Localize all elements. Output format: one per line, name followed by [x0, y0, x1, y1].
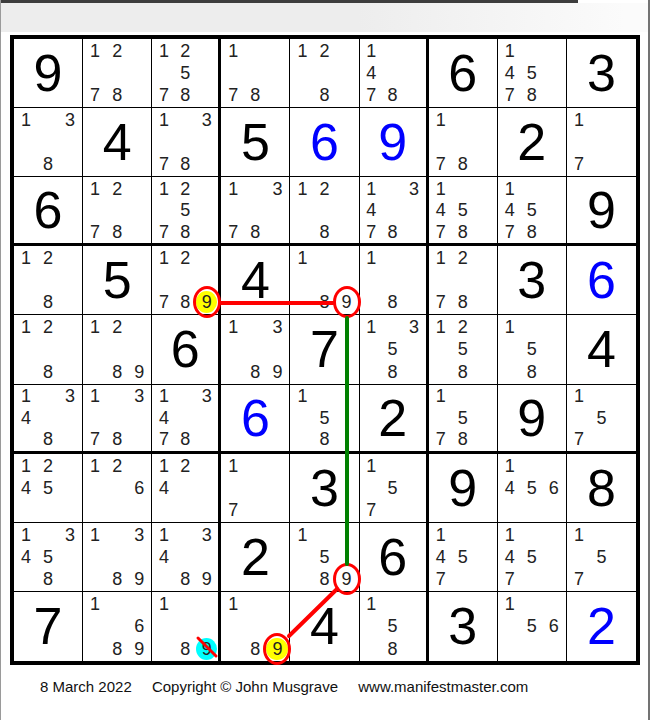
cell-r9c9[interactable]: 2 [567, 592, 636, 661]
cell-r5c5[interactable]: 7 [290, 315, 359, 384]
candidate-grid: 124 [153, 455, 217, 521]
candidate-grid: 13458 [15, 524, 81, 590]
candidate-1: 1 [15, 524, 37, 546]
cell-r5c3[interactable]: 6 [152, 315, 221, 384]
candidate-8: 8 [37, 153, 59, 175]
candidate-1: 1 [499, 593, 521, 615]
candidate-7: 7 [499, 568, 521, 590]
candidate-grid: 14578 [499, 40, 565, 106]
cell-r3c6[interactable]: 13478 [360, 177, 429, 246]
candidate-8: 8 [382, 361, 403, 383]
cell-r9c7[interactable]: 3 [429, 592, 498, 661]
candidate-1: 1 [499, 524, 521, 546]
cell-r8c4[interactable]: 2 [221, 523, 290, 592]
candidate-9: 9 [128, 568, 150, 590]
cell-r3c1[interactable]: 6 [14, 177, 83, 246]
candidate-2: 2 [106, 316, 128, 338]
cell-r1c8[interactable]: 14578 [498, 39, 567, 108]
candidate-5: 5 [521, 338, 543, 360]
candidate-7: 7 [361, 221, 382, 242]
candidate-1: 1 [153, 178, 174, 199]
candidate-7: 7 [430, 221, 452, 242]
cell-r4c9[interactable]: 6 [567, 246, 636, 315]
solved-digit: 6 [448, 47, 477, 99]
candidate-3: 3 [266, 178, 288, 199]
candidate-1: 1 [222, 40, 244, 62]
cell-r1c6[interactable]: 1478 [360, 39, 429, 108]
candidate-grid: 128 [291, 178, 357, 242]
cell-r3c7[interactable]: 14578 [429, 177, 498, 246]
cell-r6c2[interactable]: 1378 [83, 385, 152, 454]
cell-r8c7[interactable]: 1457 [429, 523, 498, 592]
cell-r4c4[interactable]: 4 [221, 246, 290, 315]
candidate-8: 8 [313, 221, 335, 242]
solved-digit: 6 [171, 323, 200, 375]
candidate-1: 1 [499, 178, 521, 199]
candidate-4: 4 [153, 477, 174, 499]
cell-r3c9[interactable]: 9 [567, 177, 636, 246]
candidate-2: 2 [37, 247, 59, 269]
solved-digit: 3 [310, 462, 339, 514]
candidate-grid: 12578 [153, 178, 217, 242]
candidate-7: 7 [84, 84, 106, 106]
candidate-7: 7 [84, 428, 106, 449]
candidate-1: 1 [15, 386, 37, 407]
cell-r8c8[interactable]: 1457 [498, 523, 567, 592]
candidate-5: 5 [313, 407, 335, 428]
candidate-3: 3 [128, 524, 150, 546]
cell-r2c5[interactable]: 6 [290, 108, 359, 177]
candidate-8: 8 [106, 221, 128, 242]
candidate-1: 1 [291, 386, 313, 407]
candidate-5: 5 [452, 200, 474, 221]
candidate-1: 1 [361, 316, 382, 338]
candidate-grid: 13478 [361, 178, 425, 242]
candidate-grid: 157 [568, 524, 635, 590]
candidate-1: 1 [84, 524, 106, 546]
solved-digit: 6 [587, 254, 616, 306]
candidate-8: 8 [106, 638, 128, 660]
cell-r4c8[interactable]: 3 [498, 246, 567, 315]
cell-r2c1[interactable]: 138 [14, 108, 83, 177]
candidate-7: 7 [222, 84, 244, 106]
candidate-5: 5 [382, 615, 403, 637]
solved-digit: 9 [587, 184, 616, 236]
cell-r7c4[interactable]: 17 [221, 454, 290, 523]
candidate-8: 8 [382, 638, 403, 660]
cell-r9c1[interactable]: 7 [14, 592, 83, 661]
cell-r2c7[interactable]: 178 [429, 108, 498, 177]
cell-r1c2[interactable]: 1278 [83, 39, 152, 108]
candidate-7: 7 [153, 153, 174, 175]
cell-r9c8[interactable]: 156 [498, 592, 567, 661]
candidate-grid: 157 [361, 455, 425, 521]
candidate-1: 1 [84, 316, 106, 338]
candidate-grid: 12578 [153, 40, 217, 106]
candidate-4: 4 [361, 200, 382, 221]
cell-r2c4[interactable]: 5 [221, 108, 290, 177]
candidate-7: 7 [222, 221, 244, 242]
solved-digit: 2 [517, 116, 546, 168]
sudoku-board: 9127812578178128147861457831384137856917… [10, 35, 640, 665]
cell-r4c3[interactable]: 12789 [152, 246, 221, 315]
footer: 8 March 2022 Copyright © John Musgrave w… [40, 678, 544, 695]
cell-r3c3[interactable]: 12578 [152, 177, 221, 246]
candidate-9: 9 [336, 291, 358, 313]
candidate-1: 1 [84, 178, 106, 199]
candidate-2: 2 [175, 247, 196, 269]
solved-digit: 9 [378, 116, 407, 168]
candidate-grid: 1358 [361, 316, 425, 382]
cell-r8c6[interactable]: 6 [360, 523, 429, 592]
solved-digit: 6 [241, 392, 270, 444]
candidate-5: 5 [452, 546, 474, 568]
candidate-3: 3 [59, 109, 81, 131]
cell-r6c1[interactable]: 1348 [14, 385, 83, 454]
candidate-7: 7 [361, 84, 382, 106]
candidate-grid: 1457 [499, 524, 565, 590]
cell-r3c2[interactable]: 1278 [83, 177, 152, 246]
candidate-grid: 1478 [361, 40, 425, 106]
cell-r8c3[interactable]: 13489 [152, 523, 221, 592]
cell-r4c5[interactable]: 189 [290, 246, 359, 315]
candidate-8: 8 [106, 361, 128, 383]
candidate-grid: 1589 [291, 524, 357, 590]
candidate-grid: 1389 [84, 524, 150, 590]
candidate-1: 1 [84, 40, 106, 62]
candidate-8: 8 [382, 291, 403, 313]
candidate-8: 8 [175, 221, 196, 242]
candidate-grid: 138 [15, 109, 81, 175]
candidate-1: 1 [84, 593, 106, 615]
candidate-4: 4 [430, 200, 452, 221]
candidate-6: 6 [543, 477, 565, 499]
candidate-9: 9 [196, 568, 217, 590]
candidate-grid: 1457 [430, 524, 496, 590]
cell-r5c7[interactable]: 1258 [429, 315, 498, 384]
candidate-1: 1 [430, 316, 452, 338]
solved-digit: 2 [587, 600, 616, 652]
candidate-grid: 1245 [15, 455, 81, 521]
cell-r3c4[interactable]: 1378 [221, 177, 290, 246]
cell-r8c5[interactable]: 1589 [290, 523, 359, 592]
candidate-grid: 1689 [84, 593, 150, 660]
cell-r7c7[interactable]: 9 [429, 454, 498, 523]
candidate-9: 9 [128, 361, 150, 383]
candidate-3: 3 [403, 178, 424, 199]
cell-r1c5[interactable]: 128 [290, 39, 359, 108]
footer-date: 8 March 2022 [40, 678, 132, 695]
candidate-1: 1 [568, 386, 590, 407]
candidate-3: 3 [403, 316, 424, 338]
candidate-grid: 128 [15, 316, 81, 382]
candidate-grid: 1348 [15, 386, 81, 450]
candidate-1: 1 [153, 593, 174, 615]
candidate-1: 1 [361, 247, 382, 269]
candidate-7: 7 [430, 568, 452, 590]
candidate-8: 8 [452, 361, 474, 383]
candidate-1: 1 [15, 247, 37, 269]
candidate-5: 5 [521, 546, 543, 568]
solved-digit: 8 [587, 462, 616, 514]
candidate-8: 8 [521, 84, 543, 106]
candidate-7: 7 [430, 291, 452, 313]
cell-r9c6[interactable]: 158 [360, 592, 429, 661]
candidate-1: 1 [84, 455, 106, 477]
cell-r7c6[interactable]: 157 [360, 454, 429, 523]
candidate-1: 1 [291, 247, 313, 269]
candidate-7: 7 [499, 221, 521, 242]
candidate-8: 8 [37, 291, 59, 313]
cell-r8c2[interactable]: 1389 [83, 523, 152, 592]
solved-digit: 2 [241, 531, 270, 583]
cell-r2c6[interactable]: 9 [360, 108, 429, 177]
candidate-2: 2 [175, 178, 196, 199]
candidate-1: 1 [153, 455, 174, 477]
solved-digit: 7 [310, 323, 339, 375]
cell-r8c1[interactable]: 13458 [14, 523, 83, 592]
cell-r6c7[interactable]: 1578 [429, 385, 498, 454]
candidate-grid: 13489 [153, 524, 217, 590]
cell-r1c9[interactable]: 3 [567, 39, 636, 108]
candidate-8: 8 [244, 221, 266, 242]
candidate-grid: 17 [568, 109, 635, 175]
solved-digit: 5 [103, 254, 132, 306]
cell-r5c2[interactable]: 1289 [83, 315, 152, 384]
candidate-8: 8 [244, 361, 266, 383]
solved-digit: 4 [587, 323, 616, 375]
cell-r5c4[interactable]: 1389 [221, 315, 290, 384]
candidate-4: 4 [499, 477, 521, 499]
candidate-2: 2 [106, 40, 128, 62]
candidate-8: 8 [37, 428, 59, 449]
candidate-4: 4 [499, 200, 521, 221]
candidate-1: 1 [84, 386, 106, 407]
candidate-1: 1 [153, 247, 174, 269]
candidate-grid: 156 [499, 593, 565, 660]
candidate-1: 1 [153, 386, 174, 407]
candidate-8: 8 [313, 84, 335, 106]
candidate-1: 1 [430, 178, 452, 199]
candidate-1: 1 [430, 524, 452, 546]
candidate-3: 3 [196, 109, 217, 131]
candidate-2: 2 [37, 316, 59, 338]
candidate-8: 8 [452, 153, 474, 175]
candidate-8: 8 [313, 428, 335, 449]
candidate-2: 2 [106, 178, 128, 199]
candidate-5: 5 [521, 200, 543, 221]
candidate-1: 1 [568, 524, 590, 546]
candidate-5: 5 [382, 477, 403, 499]
candidate-2: 2 [175, 455, 196, 477]
candidate-8: 8 [244, 84, 266, 106]
cell-r2c3[interactable]: 1378 [152, 108, 221, 177]
solved-digit: 6 [378, 531, 407, 583]
candidate-4: 4 [153, 407, 174, 428]
cell-r4c6[interactable]: 18 [360, 246, 429, 315]
candidate-8: 8 [382, 221, 403, 242]
candidate-5: 5 [175, 200, 196, 221]
cell-r1c3[interactable]: 12578 [152, 39, 221, 108]
cell-r7c8[interactable]: 1456 [498, 454, 567, 523]
candidate-9: 9 [196, 291, 217, 313]
cell-r2c9[interactable]: 17 [567, 108, 636, 177]
candidate-4: 4 [153, 546, 174, 568]
candidate-grid: 189 [291, 247, 357, 313]
candidate-7: 7 [430, 428, 452, 449]
candidate-9: 9 [128, 638, 150, 660]
candidate-5: 5 [37, 477, 59, 499]
candidate-grid: 189 [222, 593, 288, 660]
candidate-8: 8 [175, 638, 196, 660]
candidate-5: 5 [521, 62, 543, 84]
cell-r3c5[interactable]: 128 [290, 177, 359, 246]
candidate-3: 3 [59, 524, 81, 546]
candidate-5: 5 [521, 477, 543, 499]
cell-r4c2[interactable]: 5 [83, 246, 152, 315]
candidate-5: 5 [382, 338, 403, 360]
cell-r2c2[interactable]: 4 [83, 108, 152, 177]
cell-r6c8[interactable]: 9 [498, 385, 567, 454]
candidate-1: 1 [430, 247, 452, 269]
cell-r7c5[interactable]: 3 [290, 454, 359, 523]
candidate-1: 1 [291, 524, 313, 546]
candidate-grid: 1278 [84, 178, 150, 242]
cell-r5c8[interactable]: 158 [498, 315, 567, 384]
candidate-grid: 1378 [153, 109, 217, 175]
cell-r8c9[interactable]: 157 [567, 523, 636, 592]
candidate-1: 1 [15, 455, 37, 477]
candidate-1: 1 [153, 40, 174, 62]
candidate-grid: 157 [568, 386, 635, 450]
cell-r6c3[interactable]: 13478 [152, 385, 221, 454]
candidate-7: 7 [153, 291, 174, 313]
cell-r7c2[interactable]: 126 [83, 454, 152, 523]
candidate-1: 1 [361, 40, 382, 62]
cell-r1c4[interactable]: 178 [221, 39, 290, 108]
candidate-7: 7 [153, 428, 174, 449]
candidate-4: 4 [15, 546, 37, 568]
candidate-6: 6 [128, 615, 150, 637]
cell-r6c9[interactable]: 157 [567, 385, 636, 454]
candidate-1: 1 [15, 109, 37, 131]
window-title-strip [0, 3, 650, 32]
cell-r9c5[interactable]: 4 [290, 592, 359, 661]
candidate-1: 1 [361, 178, 382, 199]
solved-digit: 4 [103, 116, 132, 168]
candidate-grid: 158 [499, 316, 565, 382]
footer-copyright: Copyright © John Musgrave [152, 678, 338, 695]
candidate-9: 9 [196, 638, 217, 660]
cell-r5c6[interactable]: 1358 [360, 315, 429, 384]
candidate-3: 3 [266, 316, 288, 338]
candidate-7: 7 [568, 153, 590, 175]
candidate-grid: 158 [361, 593, 425, 660]
candidate-3: 3 [59, 386, 81, 407]
cell-r6c4[interactable]: 6 [221, 385, 290, 454]
candidate-5: 5 [313, 546, 335, 568]
solved-digit: 3 [448, 600, 477, 652]
candidate-2: 2 [313, 178, 335, 199]
candidate-grid: 1378 [84, 386, 150, 450]
candidate-1: 1 [430, 386, 452, 407]
cell-r6c5[interactable]: 158 [290, 385, 359, 454]
candidate-8: 8 [382, 84, 403, 106]
candidate-5: 5 [452, 338, 474, 360]
candidate-grid: 12789 [153, 247, 217, 313]
candidate-2: 2 [175, 40, 196, 62]
candidate-8: 8 [175, 428, 196, 449]
candidate-8: 8 [521, 221, 543, 242]
candidate-8: 8 [452, 291, 474, 313]
solved-digit: 9 [517, 392, 546, 444]
solved-digit: 3 [517, 254, 546, 306]
cell-r3c8[interactable]: 14578 [498, 177, 567, 246]
candidate-7: 7 [568, 428, 590, 449]
cell-r1c1[interactable]: 9 [14, 39, 83, 108]
candidate-grid: 1289 [84, 316, 150, 382]
candidate-8: 8 [106, 568, 128, 590]
candidate-grid: 158 [291, 386, 357, 450]
solved-digit: 4 [241, 254, 270, 306]
candidate-8: 8 [37, 361, 59, 383]
cell-r9c2[interactable]: 1689 [83, 592, 152, 661]
footer-website: www.manifestmaster.com [358, 678, 528, 695]
solved-digit: 5 [241, 116, 270, 168]
candidate-9: 9 [266, 638, 288, 660]
cell-r4c7[interactable]: 1278 [429, 246, 498, 315]
solved-digit: 7 [34, 600, 63, 652]
cell-r7c9[interactable]: 8 [567, 454, 636, 523]
candidate-8: 8 [106, 428, 128, 449]
candidate-8: 8 [175, 568, 196, 590]
cell-r6c6[interactable]: 2 [360, 385, 429, 454]
cell-r5c9[interactable]: 4 [567, 315, 636, 384]
candidate-4: 4 [15, 407, 37, 428]
cell-r9c4[interactable]: 189 [221, 592, 290, 661]
candidate-5: 5 [590, 407, 612, 428]
cell-r5c1[interactable]: 128 [14, 315, 83, 384]
cell-r1c7[interactable]: 6 [429, 39, 498, 108]
cell-r4c1[interactable]: 128 [14, 246, 83, 315]
candidate-7: 7 [84, 221, 106, 242]
candidate-1: 1 [153, 524, 174, 546]
cell-r7c3[interactable]: 124 [152, 454, 221, 523]
candidate-grid: 1258 [430, 316, 496, 382]
candidate-5: 5 [521, 615, 543, 637]
candidate-5: 5 [37, 546, 59, 568]
candidate-7: 7 [430, 153, 452, 175]
candidate-1: 1 [222, 455, 244, 477]
candidate-5: 5 [452, 407, 474, 428]
solved-digit: 6 [34, 184, 63, 236]
candidate-8: 8 [175, 153, 196, 175]
cell-r7c1[interactable]: 1245 [14, 454, 83, 523]
window-edge-left [0, 0, 1, 720]
candidate-grid: 17 [222, 455, 288, 521]
candidate-7: 7 [568, 568, 590, 590]
candidate-grid: 14578 [430, 178, 496, 242]
candidate-2: 2 [106, 455, 128, 477]
candidate-7: 7 [222, 499, 244, 521]
candidate-4: 4 [15, 477, 37, 499]
cell-r9c3[interactable]: 189 [152, 592, 221, 661]
candidate-2: 2 [37, 455, 59, 477]
candidate-6: 6 [128, 477, 150, 499]
candidate-4: 4 [430, 546, 452, 568]
cell-r2c8[interactable]: 2 [498, 108, 567, 177]
candidate-grid: 178 [222, 40, 288, 106]
